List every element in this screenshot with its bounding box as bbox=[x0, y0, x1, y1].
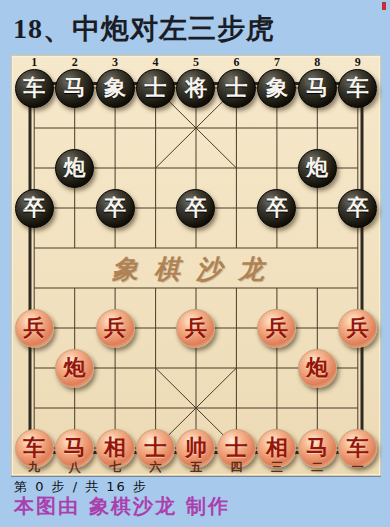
piece-black-士[interactable]: 士 bbox=[136, 69, 175, 108]
corner-marker bbox=[382, 2, 386, 10]
piece-black-将[interactable]: 将 bbox=[176, 69, 215, 108]
file-label: 八 bbox=[54, 461, 94, 474]
piece-black-卒[interactable]: 卒 bbox=[96, 189, 135, 228]
page-title: 18、中炮对左三步虎 bbox=[13, 10, 383, 48]
piece-black-卒[interactable]: 卒 bbox=[15, 189, 54, 228]
piece-black-卒[interactable]: 卒 bbox=[176, 189, 215, 228]
piece-black-士[interactable]: 士 bbox=[217, 69, 256, 108]
xiangqi-viewer: 18、中炮对左三步虎 123456789 bbox=[0, 0, 390, 527]
piece-black-卒[interactable]: 卒 bbox=[257, 189, 296, 228]
piece-black-炮[interactable]: 炮 bbox=[55, 149, 94, 188]
piece-red-炮[interactable]: 炮 bbox=[55, 349, 94, 388]
piece-red-兵[interactable]: 兵 bbox=[96, 309, 135, 348]
piece-red-兵[interactable]: 兵 bbox=[176, 309, 215, 348]
piece-red-兵[interactable]: 兵 bbox=[15, 309, 54, 348]
file-label: 三 bbox=[257, 461, 297, 474]
file-label: 五 bbox=[176, 461, 216, 474]
piece-red-兵[interactable]: 兵 bbox=[257, 309, 296, 348]
file-label: 六 bbox=[135, 461, 175, 474]
piece-black-车[interactable]: 车 bbox=[15, 69, 54, 108]
piece-black-象[interactable]: 象 bbox=[96, 69, 135, 108]
piece-black-车[interactable]: 车 bbox=[338, 69, 377, 108]
file-label: 一 bbox=[338, 461, 378, 474]
piece-black-马[interactable]: 马 bbox=[55, 69, 94, 108]
piece-black-象[interactable]: 象 bbox=[257, 69, 296, 108]
piece-black-炮[interactable]: 炮 bbox=[298, 149, 337, 188]
piece-red-炮[interactable]: 炮 bbox=[298, 349, 337, 388]
file-labels-bottom: 九八七六五四三二一 bbox=[14, 461, 378, 474]
piece-grid[interactable]: 车马象士将士象马车炮炮卒卒卒卒卒兵兵兵兵兵炮炮车马相士帅士相马车 bbox=[14, 68, 378, 468]
credit-text: 本图由 象棋沙龙 制作 bbox=[14, 493, 230, 520]
piece-black-卒[interactable]: 卒 bbox=[338, 189, 377, 228]
file-label: 七 bbox=[95, 461, 135, 474]
file-label: 四 bbox=[216, 461, 256, 474]
piece-black-马[interactable]: 马 bbox=[298, 69, 337, 108]
file-label: 九 bbox=[14, 461, 54, 474]
file-label: 二 bbox=[297, 461, 337, 474]
piece-red-兵[interactable]: 兵 bbox=[338, 309, 377, 348]
